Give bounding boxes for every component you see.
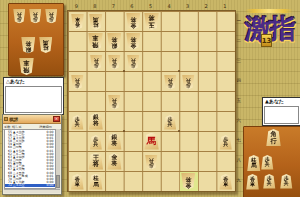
gote-player-name: △あなた [4, 78, 63, 85]
file-coordinate: 5 [147, 3, 155, 9]
close-icon[interactable]: × [53, 116, 60, 122]
shogi-piece[interactable]: 玉将 [144, 13, 159, 30]
shogi-piece[interactable]: 歩兵 [71, 75, 84, 90]
star-point [178, 70, 180, 72]
shogi-piece[interactable]: 歩兵 [108, 95, 121, 110]
rank-coordinate: 七 [237, 138, 242, 143]
shogi-piece[interactable]: 馬 [144, 133, 159, 150]
file-coordinate: 3 [184, 3, 192, 9]
logo-version-badge: 13 [261, 34, 272, 47]
shogi-piece[interactable]: 歩兵 [71, 115, 84, 130]
rank-coordinate: 九 [237, 178, 242, 183]
star-point [123, 70, 125, 72]
file-coordinate: 1 [221, 3, 229, 9]
shogi-piece[interactable]: 香車 [71, 174, 84, 190]
file-coordinate: 9 [72, 3, 80, 9]
kifu-statusbar [4, 189, 60, 194]
kifu-move-list[interactable]: 55▲４六歩0:0056△５二金0:0057▲３六歩0:0158△８六歩0:00… [4, 129, 56, 189]
shogi-piece[interactable]: 銀将 [107, 33, 122, 50]
col-move-number: 手数 [3, 125, 12, 129]
shogi-piece[interactable]: 歩兵 [90, 55, 103, 70]
shogi-piece[interactable]: 歩兵 [164, 75, 177, 90]
file-coordinate: 6 [128, 3, 136, 9]
gote-info-box [5, 86, 62, 113]
shogi-piece[interactable]: 桂馬 [89, 14, 103, 30]
shogi-piece[interactable]: 歩兵 [219, 135, 232, 150]
shogi-piece[interactable]: 歩兵 [145, 155, 158, 170]
rank-coordinate: 八 [237, 158, 242, 163]
shogi-piece[interactable]: 歩兵 [29, 9, 42, 24]
shogi-piece[interactable]: 歩兵 [45, 9, 58, 24]
shogi-piece[interactable]: 歩兵 [263, 174, 276, 189]
scrollbar-thumb[interactable] [56, 175, 60, 188]
rank-coordinate: 二 [237, 38, 242, 43]
kifu-title: 棋譜 [9, 117, 18, 122]
file-coordinate: 8 [91, 3, 99, 9]
col-time: 消費時間 [39, 125, 61, 129]
shogi-piece[interactable]: 王将 [88, 153, 103, 170]
sente-player-panel: ▲あなた [262, 97, 300, 126]
rank-coordinate: 一 [237, 18, 242, 23]
shogi-piece[interactable]: 銀将 [21, 37, 36, 54]
kifu-move-row[interactable]: 72△３九金0:00 [5, 184, 55, 187]
shogi-piece[interactable]: 角行 [266, 129, 281, 146]
shogi-piece[interactable]: 金将 [107, 153, 122, 170]
rank-coordinate: 五 [237, 98, 242, 103]
shogi-piece[interactable]: 香車 [71, 14, 84, 30]
shogi-piece[interactable]: 歩兵 [127, 55, 140, 70]
kifu-scrollbar[interactable] [56, 129, 60, 189]
shogi-piece[interactable]: 歩兵 [182, 75, 195, 90]
file-coordinate: 4 [165, 3, 173, 9]
shogi-piece[interactable]: 銀将 [89, 113, 104, 130]
sente-info-box [264, 106, 299, 124]
shogi-piece[interactable]: 金将 [126, 13, 141, 30]
shogi-piece[interactable]: 歩兵 [261, 155, 274, 170]
shogi-piece[interactable]: 金将 [126, 33, 141, 50]
shogi-piece[interactable]: 桂馬 [39, 37, 53, 53]
kifu-window-icon [4, 117, 8, 121]
sente-player-name: ▲あなた [263, 98, 300, 105]
gote-captured-tray: 歩兵歩兵歩兵銀将桂馬飛車 [8, 3, 64, 76]
file-coordinate: 2 [202, 3, 210, 9]
gote-player-panel: △あなた [3, 77, 64, 115]
gekisashi-app-window: 歩兵歩兵歩兵銀将桂馬飛車 △あなた 棋譜 × 手数 指し手 消費時間 55▲４六… [0, 0, 300, 197]
shogi-piece[interactable]: 銀将 [107, 133, 122, 150]
shogi-piece[interactable]: 桂馬 [247, 155, 261, 171]
sente-captured-tray: 角行桂馬歩兵香車歩兵歩兵 [243, 126, 300, 197]
shogi-piece[interactable]: 歩兵 [90, 135, 103, 150]
shogi-board[interactable]: 香車桂馬金将玉将飛車銀将金将歩兵歩兵歩兵歩兵歩兵歩兵歩兵歩兵銀将歩兵歩兵銀将馬歩… [67, 10, 236, 192]
gekisashi-logo: 激指 13 [238, 4, 300, 64]
shogi-piece[interactable]: 飛車 [19, 58, 34, 75]
rank-coordinate: 四 [237, 78, 242, 83]
star-point [178, 130, 180, 132]
col-move: 指し手 [12, 125, 39, 129]
shogi-piece[interactable]: 歩兵 [108, 55, 121, 70]
kifu-titlebar[interactable]: 棋譜 × [3, 115, 61, 124]
rank-coordinate: 六 [237, 118, 242, 123]
star-point [123, 130, 125, 132]
kifu-window: 棋譜 × 手数 指し手 消費時間 55▲４六歩0:0056△５二金0:0057▲… [2, 114, 62, 195]
file-coordinate: 7 [109, 3, 117, 9]
shogi-piece[interactable]: 香車 [219, 174, 232, 190]
rank-coordinate: 三 [237, 58, 242, 63]
shogi-piece[interactable]: 歩兵 [13, 9, 26, 24]
shogi-piece[interactable]: 飛車 [88, 33, 103, 50]
shogi-piece[interactable]: 歩兵 [280, 174, 293, 189]
shogi-piece[interactable]: 香車 [246, 174, 259, 190]
shogi-piece[interactable]: 桂馬 [89, 174, 103, 190]
shogi-piece[interactable]: 歩兵 [164, 115, 177, 130]
